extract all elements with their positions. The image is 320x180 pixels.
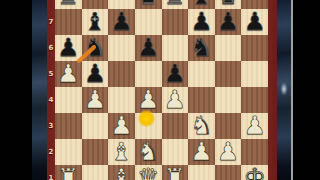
square-f2[interactable]: ♟ bbox=[188, 139, 215, 165]
rank-label-3: 3 bbox=[47, 122, 55, 130]
square-b1[interactable] bbox=[82, 165, 109, 180]
square-h5[interactable] bbox=[241, 61, 268, 87]
square-a1[interactable]: ♜ bbox=[55, 165, 82, 180]
square-b2[interactable] bbox=[82, 139, 109, 165]
square-e7[interactable] bbox=[162, 9, 189, 35]
square-a6[interactable]: ♟ bbox=[55, 35, 82, 61]
white-pawn: ♟ bbox=[57, 61, 79, 87]
square-f5[interactable] bbox=[188, 61, 215, 87]
square-d6[interactable]: ♟ bbox=[135, 35, 162, 61]
square-g7[interactable]: ♟ bbox=[215, 9, 242, 35]
square-g6[interactable] bbox=[215, 35, 242, 61]
square-h4[interactable] bbox=[241, 87, 268, 113]
square-d8[interactable]: ♛ bbox=[135, 0, 162, 9]
white-rook: ♜ bbox=[164, 165, 186, 180]
square-d4[interactable]: ♟ bbox=[135, 87, 162, 113]
square-e5[interactable]: ♟ bbox=[162, 61, 189, 87]
square-f8[interactable]: ♝ bbox=[188, 0, 215, 9]
white-pawn: ♟ bbox=[110, 113, 132, 139]
square-g4[interactable] bbox=[215, 87, 242, 113]
rank-label-2: 2 bbox=[47, 148, 55, 156]
square-c8[interactable] bbox=[108, 0, 135, 9]
square-b4[interactable]: ♟ bbox=[82, 87, 109, 113]
square-h1[interactable]: ♚ bbox=[241, 165, 268, 180]
square-f3[interactable]: ♞ bbox=[188, 113, 215, 139]
square-g3[interactable] bbox=[215, 113, 242, 139]
square-a4[interactable] bbox=[55, 87, 82, 113]
square-f4[interactable] bbox=[188, 87, 215, 113]
square-g1[interactable] bbox=[215, 165, 242, 180]
rank-label-6: 6 bbox=[47, 44, 55, 52]
square-f1[interactable] bbox=[188, 165, 215, 180]
white-queen: ♛ bbox=[137, 165, 159, 180]
square-e4[interactable]: ♟ bbox=[162, 87, 189, 113]
rank-label-1: 1 bbox=[47, 174, 55, 180]
square-g8[interactable]: ♚ bbox=[215, 0, 242, 9]
black-queen: ♛ bbox=[137, 0, 159, 9]
square-d1[interactable]: ♛ bbox=[135, 165, 162, 180]
white-pawn: ♟ bbox=[84, 87, 106, 113]
black-pawn: ♟ bbox=[243, 9, 265, 35]
square-h6[interactable] bbox=[241, 35, 268, 61]
rank-label-4: 4 bbox=[47, 96, 55, 104]
square-b8[interactable] bbox=[82, 0, 109, 9]
square-a8[interactable]: ♜ bbox=[55, 0, 82, 9]
square-d7[interactable] bbox=[135, 9, 162, 35]
square-h3[interactable]: ♟ bbox=[241, 113, 268, 139]
black-rook: ♜ bbox=[57, 0, 79, 9]
black-pawn: ♟ bbox=[84, 61, 106, 87]
square-a7[interactable] bbox=[55, 9, 82, 35]
square-c6[interactable] bbox=[108, 35, 135, 61]
square-b5[interactable]: ♟ bbox=[82, 61, 109, 87]
square-e6[interactable] bbox=[162, 35, 189, 61]
square-b7[interactable]: ♝ bbox=[82, 9, 109, 35]
square-b3[interactable] bbox=[82, 113, 109, 139]
black-knight: ♞ bbox=[84, 35, 106, 61]
black-pawn: ♟ bbox=[57, 35, 79, 61]
square-e3[interactable] bbox=[162, 113, 189, 139]
white-bishop: ♝ bbox=[110, 165, 132, 180]
white-rook: ♜ bbox=[57, 165, 79, 180]
square-e1[interactable]: ♜ bbox=[162, 165, 189, 180]
marble-highlight bbox=[279, 80, 289, 98]
square-g2[interactable]: ♟ bbox=[215, 139, 242, 165]
white-pawn: ♟ bbox=[243, 113, 265, 139]
square-a2[interactable] bbox=[55, 139, 82, 165]
square-h7[interactable]: ♟ bbox=[241, 9, 268, 35]
square-c2[interactable]: ♝ bbox=[108, 139, 135, 165]
black-pawn: ♟ bbox=[190, 9, 212, 35]
white-pawn: ♟ bbox=[164, 87, 186, 113]
rank-label-7: 7 bbox=[47, 18, 55, 26]
square-d2[interactable]: ♞ bbox=[135, 139, 162, 165]
black-pawn: ♟ bbox=[217, 9, 239, 35]
video-frame: { "game": "chess", "position": "r2qrbk1/… bbox=[0, 0, 320, 180]
white-knight: ♞ bbox=[137, 139, 159, 165]
black-bishop: ♝ bbox=[84, 9, 106, 35]
black-bishop: ♝ bbox=[190, 0, 212, 9]
square-c1[interactable]: ♝ bbox=[108, 165, 135, 180]
black-king: ♚ bbox=[217, 0, 239, 9]
black-pawn: ♟ bbox=[110, 9, 132, 35]
white-pawn: ♟ bbox=[217, 139, 239, 165]
marble-background-right bbox=[277, 0, 291, 180]
square-c4[interactable] bbox=[108, 87, 135, 113]
square-e8[interactable]: ♜ bbox=[162, 0, 189, 9]
square-d5[interactable] bbox=[135, 61, 162, 87]
square-a3[interactable] bbox=[55, 113, 82, 139]
white-pawn: ♟ bbox=[190, 139, 212, 165]
square-f6[interactable]: ♞ bbox=[188, 35, 215, 61]
white-king: ♚ bbox=[243, 165, 265, 180]
square-h8[interactable] bbox=[241, 0, 268, 9]
black-pawn: ♟ bbox=[137, 35, 159, 61]
square-b6[interactable]: ♞ bbox=[82, 35, 109, 61]
square-c5[interactable] bbox=[108, 61, 135, 87]
square-e2[interactable] bbox=[162, 139, 189, 165]
square-g5[interactable] bbox=[215, 61, 242, 87]
square-c3[interactable]: ♟ bbox=[108, 113, 135, 139]
chess-board: ♜♛♜♝♚♝♟♟♟♟♟♞♟♞♟♟♟♟♟♟♟♞♟♝♞♟♟♜♝♛♜♚ bbox=[55, 0, 268, 180]
square-f7[interactable]: ♟ bbox=[188, 9, 215, 35]
highlight-dot-d3 bbox=[138, 110, 155, 127]
square-h2[interactable] bbox=[241, 139, 268, 165]
white-bishop: ♝ bbox=[110, 139, 132, 165]
square-c7[interactable]: ♟ bbox=[108, 9, 135, 35]
square-a5[interactable]: ♟ bbox=[55, 61, 82, 87]
black-pawn: ♟ bbox=[164, 61, 186, 87]
rank-label-5: 5 bbox=[47, 70, 55, 78]
white-knight: ♞ bbox=[190, 113, 212, 139]
black-knight: ♞ bbox=[190, 35, 212, 61]
white-pawn: ♟ bbox=[137, 87, 159, 113]
window-edge-line bbox=[291, 0, 293, 180]
black-rook: ♜ bbox=[164, 0, 186, 9]
